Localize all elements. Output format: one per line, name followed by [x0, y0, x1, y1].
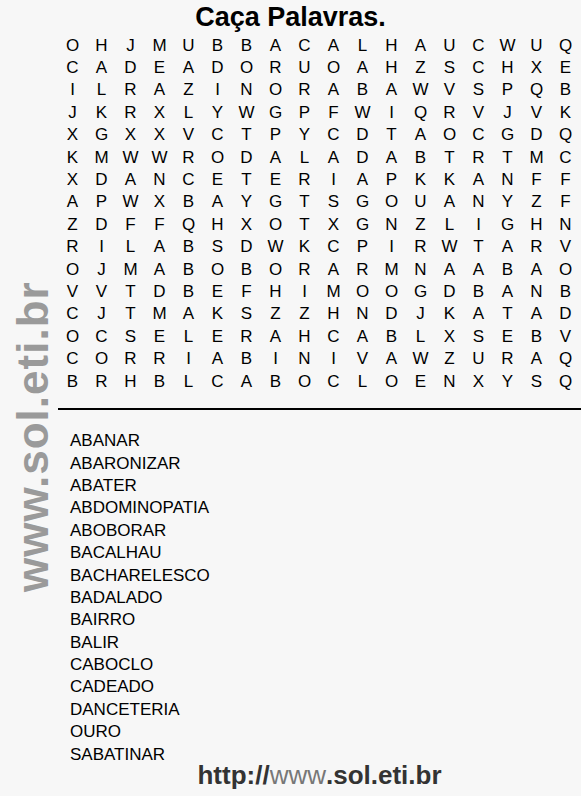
grid-cell-r9c7: X: [232, 213, 261, 235]
grid-cell-r2c9: U: [290, 56, 319, 78]
grid-cell-r8c7: Y: [232, 191, 261, 213]
grid-cell-r16c14: N: [435, 370, 464, 392]
grid-cell-r15c2: O: [87, 347, 116, 369]
grid-cell-r5c9: Y: [290, 124, 319, 146]
grid-cell-r13c15: A: [464, 303, 493, 325]
grid-cell-r6c6: O: [203, 146, 232, 168]
grid-cell-r16c4: B: [145, 370, 174, 392]
grid-cell-r7c14: K: [435, 168, 464, 190]
grid-cell-r4c15: V: [464, 101, 493, 123]
footer-url-prefix: http://: [197, 760, 269, 790]
word-list-item-abdominopatia: ABDOMINOPATIA: [70, 497, 210, 519]
grid-cell-r2c5: A: [174, 56, 203, 78]
grid-cell-r14c4: E: [145, 325, 174, 347]
grid-cell-r16c17: S: [522, 370, 551, 392]
grid-cell-r10c16: A: [493, 236, 522, 258]
page-title: Caça Palavras.: [0, 2, 581, 33]
grid-cell-r12c11: O: [348, 280, 377, 302]
grid-cell-r7c12: P: [377, 168, 406, 190]
grid-cell-r13c14: K: [435, 303, 464, 325]
grid-cell-r15c5: I: [174, 347, 203, 369]
grid-cell-r9c3: F: [116, 213, 145, 235]
grid-cell-r11c5: B: [174, 258, 203, 280]
grid-cell-r15c6: A: [203, 347, 232, 369]
grid-cell-r10c18: V: [551, 236, 580, 258]
grid-cell-r5c17: D: [522, 124, 551, 146]
grid-cell-r6c1: K: [58, 146, 87, 168]
grid-cell-r13c16: T: [493, 303, 522, 325]
grid-cell-r10c5: B: [174, 236, 203, 258]
grid-cell-r10c14: W: [435, 236, 464, 258]
word-list-item-abanar: ABANAR: [70, 430, 210, 452]
grid-cell-r1c9: C: [290, 34, 319, 56]
grid-cell-r14c9: H: [290, 325, 319, 347]
grid-cell-r2c10: O: [319, 56, 348, 78]
grid-cell-r9c12: N: [377, 213, 406, 235]
grid-cell-r14c7: R: [232, 325, 261, 347]
grid-cell-r14c3: S: [116, 325, 145, 347]
grid-cell-r9c11: G: [348, 213, 377, 235]
grid-cell-r14c16: E: [493, 325, 522, 347]
grid-cell-r15c17: A: [522, 347, 551, 369]
grid-cell-r12c3: T: [116, 280, 145, 302]
grid-cell-r15c9: N: [290, 347, 319, 369]
grid-cell-r14c6: E: [203, 325, 232, 347]
grid-cell-r9c5: Q: [174, 213, 203, 235]
grid-cell-r5c8: P: [261, 124, 290, 146]
grid-cell-r8c2: P: [87, 191, 116, 213]
worksheet-page: Caça Palavras. www.sol.eti.br OHJMUBBACA…: [0, 0, 581, 796]
grid-cell-r1c11: L: [348, 34, 377, 56]
grid-cell-r2c6: D: [203, 56, 232, 78]
grid-cell-r3c16: P: [493, 79, 522, 101]
grid-cell-r15c1: C: [58, 347, 87, 369]
grid-cell-r12c17: N: [522, 280, 551, 302]
grid-cell-r15c4: R: [145, 347, 174, 369]
grid-cell-r7c8: E: [261, 168, 290, 190]
grid-cell-r16c7: A: [232, 370, 261, 392]
grid-cell-r7c3: A: [116, 168, 145, 190]
grid-cell-r11c13: N: [406, 258, 435, 280]
grid-cell-r3c12: A: [377, 79, 406, 101]
grid-cell-r5c13: A: [406, 124, 435, 146]
grid-cell-r5c10: C: [319, 124, 348, 146]
grid-cell-r13c11: N: [348, 303, 377, 325]
grid-cell-r7c10: I: [319, 168, 348, 190]
grid-cell-r11c15: A: [464, 258, 493, 280]
grid-cell-r15c14: Z: [435, 347, 464, 369]
grid-cell-r6c16: T: [493, 146, 522, 168]
grid-cell-r11c12: M: [377, 258, 406, 280]
grid-cell-r5c1: X: [58, 124, 87, 146]
grid-cell-r8c5: B: [174, 191, 203, 213]
grid-cell-r1c1: O: [58, 34, 87, 56]
grid-cell-r4c13: Q: [406, 101, 435, 123]
grid-cell-r7c9: R: [290, 168, 319, 190]
grid-cell-r7c7: T: [232, 168, 261, 190]
grid-cell-r14c12: B: [377, 325, 406, 347]
word-list-item-aboborar: ABOBORAR: [70, 520, 210, 542]
grid-cell-r8c3: W: [116, 191, 145, 213]
grid-cell-r8c8: G: [261, 191, 290, 213]
word-list: ABANARABARONIZARABATERABDOMINOPATIAABOBO…: [70, 430, 210, 766]
footer-url-www: www: [270, 760, 326, 790]
grid-cell-r3c4: A: [145, 79, 174, 101]
grid-cell-r5c4: X: [145, 124, 174, 146]
grid-cell-r2c11: A: [348, 56, 377, 78]
grid-cell-r8c11: G: [348, 191, 377, 213]
grid-cell-r14c13: L: [406, 325, 435, 347]
grid-cell-r1c14: U: [435, 34, 464, 56]
grid-cell-r12c15: B: [464, 280, 493, 302]
grid-cell-r9c1: Z: [58, 213, 87, 235]
grid-cell-r10c7: D: [232, 236, 261, 258]
grid-cell-r4c18: K: [551, 101, 580, 123]
grid-cell-r10c13: R: [406, 236, 435, 258]
grid-cell-r7c17: F: [522, 168, 551, 190]
grid-cell-r16c6: C: [203, 370, 232, 392]
grid-cell-r11c17: A: [522, 258, 551, 280]
grid-cell-r1c5: U: [174, 34, 203, 56]
grid-cell-r13c4: M: [145, 303, 174, 325]
grid-cell-r10c8: W: [261, 236, 290, 258]
grid-cell-r2c12: H: [377, 56, 406, 78]
grid-cell-r5c14: O: [435, 124, 464, 146]
grid-cell-r10c6: S: [203, 236, 232, 258]
grid-cell-r15c7: B: [232, 347, 261, 369]
grid-cell-r8c4: X: [145, 191, 174, 213]
grid-cell-r15c3: R: [116, 347, 145, 369]
grid-cell-r3c5: Z: [174, 79, 203, 101]
grid-cell-r11c10: A: [319, 258, 348, 280]
grid-cell-r6c7: D: [232, 146, 261, 168]
grid-cell-r14c17: B: [522, 325, 551, 347]
grid-cell-r16c8: B: [261, 370, 290, 392]
grid-cell-r1c4: M: [145, 34, 174, 56]
grid-cell-r12c2: V: [87, 280, 116, 302]
grid-cell-r9c15: I: [464, 213, 493, 235]
grid-cell-r5c18: Q: [551, 124, 580, 146]
grid-cell-r3c2: L: [87, 79, 116, 101]
grid-cell-r7c4: N: [145, 168, 174, 190]
divider-line: [58, 408, 581, 410]
grid-cell-r5c5: V: [174, 124, 203, 146]
grid-cell-r11c16: B: [493, 258, 522, 280]
grid-cell-r4c11: W: [348, 101, 377, 123]
grid-cell-r2c4: E: [145, 56, 174, 78]
grid-cell-r9c14: L: [435, 213, 464, 235]
grid-cell-r15c12: A: [377, 347, 406, 369]
grid-cell-r7c18: F: [551, 168, 580, 190]
grid-cell-r5c7: T: [232, 124, 261, 146]
grid-cell-r12c6: E: [203, 280, 232, 302]
grid-cell-r4c2: K: [87, 101, 116, 123]
grid-cell-r14c15: S: [464, 325, 493, 347]
grid-cell-r3c14: V: [435, 79, 464, 101]
grid-cell-r3c7: N: [232, 79, 261, 101]
grid-cell-r7c6: E: [203, 168, 232, 190]
grid-cell-r16c13: E: [406, 370, 435, 392]
grid-cell-r8c18: F: [551, 191, 580, 213]
grid-cell-r10c1: R: [58, 236, 87, 258]
word-list-item-badalado: BADALADO: [70, 587, 210, 609]
grid-cell-r12c16: A: [493, 280, 522, 302]
grid-cell-r2c15: C: [464, 56, 493, 78]
grid-cell-r8c15: N: [464, 191, 493, 213]
grid-cell-r16c11: L: [348, 370, 377, 392]
grid-cell-r5c16: G: [493, 124, 522, 146]
grid-cell-r16c16: Y: [493, 370, 522, 392]
grid-cell-r8c6: A: [203, 191, 232, 213]
grid-cell-r3c3: R: [116, 79, 145, 101]
grid-cell-r8c17: Z: [522, 191, 551, 213]
grid-cell-r4c7: W: [232, 101, 261, 123]
grid-cell-r4c4: X: [145, 101, 174, 123]
grid-cell-r3c13: W: [406, 79, 435, 101]
grid-cell-r6c17: M: [522, 146, 551, 168]
word-list-item-balir: BALIR: [70, 632, 210, 654]
grid-cell-r13c8: Z: [261, 303, 290, 325]
grid-cell-r1c17: U: [522, 34, 551, 56]
grid-cell-r9c8: O: [261, 213, 290, 235]
grid-cell-r13c3: T: [116, 303, 145, 325]
grid-cell-r9c2: D: [87, 213, 116, 235]
grid-cell-r3c6: I: [203, 79, 232, 101]
grid-cell-r13c5: A: [174, 303, 203, 325]
grid-cell-r10c3: L: [116, 236, 145, 258]
grid-cell-r6c10: A: [319, 146, 348, 168]
grid-cell-r4c12: I: [377, 101, 406, 123]
grid-cell-r15c13: W: [406, 347, 435, 369]
grid-cell-r13c9: Z: [290, 303, 319, 325]
grid-cell-r2c2: A: [87, 56, 116, 78]
grid-cell-r2c18: E: [551, 56, 580, 78]
grid-cell-r11c8: O: [261, 258, 290, 280]
grid-cell-r14c2: C: [87, 325, 116, 347]
grid-cell-r9c4: F: [145, 213, 174, 235]
sidebar-watermark: www.sol.eti.br: [8, 200, 58, 592]
grid-cell-r11c1: O: [58, 258, 87, 280]
grid-cell-r2c1: C: [58, 56, 87, 78]
grid-cell-r12c18: B: [551, 280, 580, 302]
grid-cell-r7c11: A: [348, 168, 377, 190]
grid-cell-r11c11: R: [348, 258, 377, 280]
grid-cell-r16c15: X: [464, 370, 493, 392]
grid-cell-r5c15: C: [464, 124, 493, 146]
grid-cell-r3c15: S: [464, 79, 493, 101]
grid-cell-r7c5: C: [174, 168, 203, 190]
grid-cell-r10c9: K: [290, 236, 319, 258]
word-list-item-danceteria: DANCETERIA: [70, 699, 210, 721]
grid-cell-r6c4: W: [145, 146, 174, 168]
grid-cell-r13c7: S: [232, 303, 261, 325]
grid-cell-r12c1: V: [58, 280, 87, 302]
grid-cell-r6c2: M: [87, 146, 116, 168]
grid-cell-r15c10: I: [319, 347, 348, 369]
grid-cell-r16c18: Q: [551, 370, 580, 392]
word-list-item-bacalhau: BACALHAU: [70, 542, 210, 564]
grid-cell-r8c12: O: [377, 191, 406, 213]
grid-cell-r1c2: H: [87, 34, 116, 56]
grid-cell-r9c13: Z: [406, 213, 435, 235]
footer-url: http://www.sol.eti.br: [58, 760, 581, 791]
grid-cell-r1c7: B: [232, 34, 261, 56]
footer-url-suffix: .sol.eti.br: [326, 760, 442, 790]
grid-cell-r9c16: G: [493, 213, 522, 235]
grid-cell-r12c13: G: [406, 280, 435, 302]
grid-cell-r6c18: C: [551, 146, 580, 168]
grid-cell-r15c16: R: [493, 347, 522, 369]
grid-cell-r12c14: D: [435, 280, 464, 302]
grid-cell-r4c8: G: [261, 101, 290, 123]
grid-cell-r12c12: O: [377, 280, 406, 302]
grid-cell-r12c5: B: [174, 280, 203, 302]
grid-cell-r1c13: A: [406, 34, 435, 56]
grid-cell-r14c11: A: [348, 325, 377, 347]
grid-cell-r11c9: R: [290, 258, 319, 280]
grid-cell-r15c15: U: [464, 347, 493, 369]
word-list-item-bacharelesco: BACHARELESCO: [70, 564, 210, 586]
grid-cell-r12c7: F: [232, 280, 261, 302]
grid-cell-r13c17: A: [522, 303, 551, 325]
grid-cell-r7c16: N: [493, 168, 522, 190]
grid-cell-r13c1: C: [58, 303, 87, 325]
grid-cell-r16c10: C: [319, 370, 348, 392]
grid-cell-r1c12: H: [377, 34, 406, 56]
word-list-item-caboclo: CABOCLO: [70, 654, 210, 676]
grid-cell-r1c3: J: [116, 34, 145, 56]
grid-cell-r11c6: O: [203, 258, 232, 280]
grid-cell-r9c17: H: [522, 213, 551, 235]
grid-cell-r3c18: B: [551, 79, 580, 101]
grid-cell-r3c17: Q: [522, 79, 551, 101]
grid-cell-r5c12: T: [377, 124, 406, 146]
grid-cell-r11c3: M: [116, 258, 145, 280]
grid-cell-r1c10: A: [319, 34, 348, 56]
grid-cell-r6c15: R: [464, 146, 493, 168]
grid-cell-r4c14: R: [435, 101, 464, 123]
grid-cell-r4c9: P: [290, 101, 319, 123]
grid-cell-r5c6: C: [203, 124, 232, 146]
grid-cell-r10c15: T: [464, 236, 493, 258]
grid-cell-r11c4: A: [145, 258, 174, 280]
grid-cell-r8c13: U: [406, 191, 435, 213]
grid-cell-r11c14: A: [435, 258, 464, 280]
word-list-item-ouro: OURO: [70, 721, 210, 743]
grid-cell-r16c5: L: [174, 370, 203, 392]
grid-cell-r7c2: D: [87, 168, 116, 190]
grid-cell-r2c17: X: [522, 56, 551, 78]
grid-cell-r9c6: H: [203, 213, 232, 235]
grid-cell-r6c8: A: [261, 146, 290, 168]
grid-cell-r8c9: T: [290, 191, 319, 213]
grid-cell-r1c16: W: [493, 34, 522, 56]
grid-cell-r2c14: S: [435, 56, 464, 78]
grid-cell-r16c3: H: [116, 370, 145, 392]
grid-cell-r6c14: T: [435, 146, 464, 168]
grid-cell-r13c6: K: [203, 303, 232, 325]
grid-cell-r9c18: N: [551, 213, 580, 235]
grid-cell-r9c10: X: [319, 213, 348, 235]
grid-cell-r12c9: I: [290, 280, 319, 302]
grid-cell-r8c1: A: [58, 191, 87, 213]
grid-cell-r10c4: A: [145, 236, 174, 258]
grid-cell-r5c11: D: [348, 124, 377, 146]
grid-cell-r4c3: R: [116, 101, 145, 123]
grid-cell-r2c7: O: [232, 56, 261, 78]
grid-cell-r4c5: L: [174, 101, 203, 123]
grid-cell-r4c10: F: [319, 101, 348, 123]
grid-cell-r13c18: D: [551, 303, 580, 325]
grid-cell-r10c10: C: [319, 236, 348, 258]
grid-cell-r6c3: W: [116, 146, 145, 168]
grid-cell-r12c8: H: [261, 280, 290, 302]
grid-cell-r1c8: A: [261, 34, 290, 56]
word-search-grid: OHJMUBBACALHAUCWUQCADEADORUOAHZSCHXEILRA…: [58, 34, 580, 392]
grid-cell-r2c8: R: [261, 56, 290, 78]
grid-cell-r3c8: O: [261, 79, 290, 101]
grid-cell-r13c12: D: [377, 303, 406, 325]
grid-cell-r6c12: A: [377, 146, 406, 168]
grid-cell-r14c1: O: [58, 325, 87, 347]
grid-cell-r7c1: X: [58, 168, 87, 190]
grid-cell-r16c9: O: [290, 370, 319, 392]
grid-cell-r12c4: D: [145, 280, 174, 302]
grid-cell-r15c11: V: [348, 347, 377, 369]
grid-cell-r13c2: J: [87, 303, 116, 325]
grid-cell-r1c6: B: [203, 34, 232, 56]
word-list-item-abaronizar: ABARONIZAR: [70, 452, 210, 474]
grid-cell-r3c9: R: [290, 79, 319, 101]
grid-cell-r2c13: Z: [406, 56, 435, 78]
word-list-item-cadeado: CADEADO: [70, 676, 210, 698]
grid-cell-r4c1: J: [58, 101, 87, 123]
word-list-item-abater: ABATER: [70, 475, 210, 497]
grid-cell-r3c10: A: [319, 79, 348, 101]
grid-cell-r7c15: A: [464, 168, 493, 190]
grid-cell-r14c18: V: [551, 325, 580, 347]
grid-cell-r3c11: B: [348, 79, 377, 101]
grid-cell-r14c14: X: [435, 325, 464, 347]
grid-cell-r8c16: Y: [493, 191, 522, 213]
grid-cell-r6c9: L: [290, 146, 319, 168]
grid-cell-r4c16: J: [493, 101, 522, 123]
grid-cell-r10c12: I: [377, 236, 406, 258]
grid-cell-r14c5: L: [174, 325, 203, 347]
grid-cell-r5c3: X: [116, 124, 145, 146]
grid-cell-r15c8: I: [261, 347, 290, 369]
grid-cell-r10c17: R: [522, 236, 551, 258]
grid-cell-r13c10: H: [319, 303, 348, 325]
grid-cell-r16c2: R: [87, 370, 116, 392]
grid-cell-r10c2: I: [87, 236, 116, 258]
grid-cell-r1c18: Q: [551, 34, 580, 56]
grid-cell-r4c17: V: [522, 101, 551, 123]
grid-cell-r8c10: S: [319, 191, 348, 213]
grid-cell-r13c13: J: [406, 303, 435, 325]
grid-cell-r7c13: K: [406, 168, 435, 190]
grid-cell-r9c9: T: [290, 213, 319, 235]
grid-cell-r2c16: H: [493, 56, 522, 78]
grid-cell-r11c2: J: [87, 258, 116, 280]
grid-cell-r15c18: Q: [551, 347, 580, 369]
grid-cell-r14c10: C: [319, 325, 348, 347]
grid-cell-r6c13: B: [406, 146, 435, 168]
grid-cell-r16c12: O: [377, 370, 406, 392]
grid-cell-r5c2: G: [87, 124, 116, 146]
grid-cell-r6c11: D: [348, 146, 377, 168]
grid-cell-r3c1: I: [58, 79, 87, 101]
